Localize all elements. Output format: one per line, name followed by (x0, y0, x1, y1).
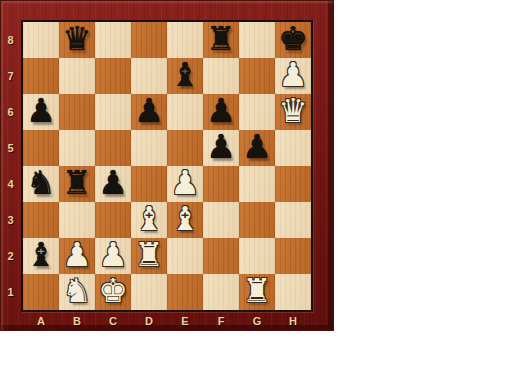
square-b8[interactable]: ♛ (59, 22, 95, 58)
square-g6[interactable] (239, 94, 275, 130)
square-d7[interactable] (131, 58, 167, 94)
square-e7[interactable]: ♝ (167, 58, 203, 94)
square-e4[interactable]: ♟ (167, 166, 203, 202)
square-e5[interactable] (167, 130, 203, 166)
rank-label-6: 6 (3, 94, 18, 130)
square-a2[interactable]: ♝ (23, 238, 59, 274)
square-f5[interactable]: ♟ (203, 130, 239, 166)
white-rook[interactable]: ♜ (242, 273, 272, 309)
square-h8[interactable]: ♚ (275, 22, 311, 58)
square-b4[interactable]: ♜ (59, 166, 95, 202)
square-a8[interactable] (23, 22, 59, 58)
black-bishop[interactable]: ♝ (26, 237, 56, 273)
black-knight[interactable]: ♞ (26, 165, 56, 201)
square-d2[interactable]: ♜ (131, 238, 167, 274)
white-pawn[interactable]: ♟ (98, 237, 128, 273)
rank-label-8: 8 (3, 22, 18, 58)
square-e8[interactable] (167, 22, 203, 58)
file-labels: ABCDEFGH (23, 312, 311, 330)
black-pawn[interactable]: ♟ (134, 93, 164, 129)
rank-label-4: 4 (3, 166, 18, 202)
rank-label-2: 2 (3, 238, 18, 274)
rank-label-1: 1 (3, 274, 18, 310)
square-e6[interactable] (167, 94, 203, 130)
square-f1[interactable] (203, 274, 239, 310)
black-king[interactable]: ♚ (278, 21, 308, 57)
square-d6[interactable]: ♟ (131, 94, 167, 130)
square-g1[interactable]: ♜ (239, 274, 275, 310)
white-pawn[interactable]: ♟ (62, 237, 92, 273)
square-d4[interactable] (131, 166, 167, 202)
file-label-e: E (167, 312, 203, 330)
square-a7[interactable] (23, 58, 59, 94)
square-g7[interactable] (239, 58, 275, 94)
black-queen[interactable]: ♛ (62, 21, 92, 57)
chess-board[interactable]: ♛♜♚♝♟♟♟♟♛♟♟♞♜♟♟♝♝♝♟♟♜♞♚♜ (21, 20, 313, 312)
rank-label-5: 5 (3, 130, 18, 166)
white-rook[interactable]: ♜ (134, 237, 164, 273)
square-b3[interactable] (59, 202, 95, 238)
white-bishop[interactable]: ♝ (134, 201, 164, 237)
square-d3[interactable]: ♝ (131, 202, 167, 238)
rank-label-7: 7 (3, 58, 18, 94)
black-rook[interactable]: ♜ (206, 21, 236, 57)
file-label-b: B (59, 312, 95, 330)
file-label-c: C (95, 312, 131, 330)
black-pawn[interactable]: ♟ (26, 93, 56, 129)
chess-board-frame: 87654321 ♛♜♚♝♟♟♟♟♛♟♟♞♜♟♟♝♝♝♟♟♜♞♚♜ ABCDEF… (0, 0, 334, 331)
file-label-a: A (23, 312, 59, 330)
square-a5[interactable] (23, 130, 59, 166)
square-f8[interactable]: ♜ (203, 22, 239, 58)
black-pawn[interactable]: ♟ (98, 165, 128, 201)
white-bishop[interactable]: ♝ (170, 201, 200, 237)
rank-label-3: 3 (3, 202, 18, 238)
square-e2[interactable] (167, 238, 203, 274)
white-pawn[interactable]: ♟ (278, 57, 308, 93)
square-c3[interactable] (95, 202, 131, 238)
square-g3[interactable] (239, 202, 275, 238)
square-c6[interactable] (95, 94, 131, 130)
square-h1[interactable] (275, 274, 311, 310)
black-rook[interactable]: ♜ (62, 165, 92, 201)
black-pawn[interactable]: ♟ (206, 93, 236, 129)
square-h7[interactable]: ♟ (275, 58, 311, 94)
square-b5[interactable] (59, 130, 95, 166)
square-c8[interactable] (95, 22, 131, 58)
rank-labels: 87654321 (3, 22, 18, 310)
white-king[interactable]: ♚ (98, 273, 128, 309)
square-g8[interactable] (239, 22, 275, 58)
square-a4[interactable]: ♞ (23, 166, 59, 202)
square-f2[interactable] (203, 238, 239, 274)
square-h5[interactable] (275, 130, 311, 166)
square-d8[interactable] (131, 22, 167, 58)
square-c7[interactable] (95, 58, 131, 94)
file-label-f: F (203, 312, 239, 330)
square-f7[interactable] (203, 58, 239, 94)
black-pawn[interactable]: ♟ (206, 129, 236, 165)
square-h3[interactable] (275, 202, 311, 238)
square-f3[interactable] (203, 202, 239, 238)
square-h2[interactable] (275, 238, 311, 274)
square-a6[interactable]: ♟ (23, 94, 59, 130)
square-g2[interactable] (239, 238, 275, 274)
white-knight[interactable]: ♞ (62, 273, 92, 309)
square-h6[interactable]: ♛ (275, 94, 311, 130)
black-bishop[interactable]: ♝ (170, 57, 200, 93)
square-h4[interactable] (275, 166, 311, 202)
black-pawn[interactable]: ♟ (242, 129, 272, 165)
square-e1[interactable] (167, 274, 203, 310)
square-b1[interactable]: ♞ (59, 274, 95, 310)
square-f4[interactable] (203, 166, 239, 202)
square-g5[interactable]: ♟ (239, 130, 275, 166)
square-b6[interactable] (59, 94, 95, 130)
white-queen[interactable]: ♛ (278, 93, 308, 129)
square-c5[interactable] (95, 130, 131, 166)
file-label-d: D (131, 312, 167, 330)
square-c1[interactable]: ♚ (95, 274, 131, 310)
square-b7[interactable] (59, 58, 95, 94)
square-g4[interactable] (239, 166, 275, 202)
square-d5[interactable] (131, 130, 167, 166)
square-c2[interactable]: ♟ (95, 238, 131, 274)
square-a1[interactable] (23, 274, 59, 310)
white-pawn[interactable]: ♟ (170, 165, 200, 201)
square-e3[interactable]: ♝ (167, 202, 203, 238)
file-label-h: H (275, 312, 311, 330)
square-f6[interactable]: ♟ (203, 94, 239, 130)
file-label-g: G (239, 312, 275, 330)
square-c4[interactable]: ♟ (95, 166, 131, 202)
square-b2[interactable]: ♟ (59, 238, 95, 274)
screenshot-canvas: 87654321 ♛♜♚♝♟♟♟♟♛♟♟♞♜♟♟♝♝♝♟♟♜♞♚♜ ABCDEF… (0, 0, 512, 384)
square-a3[interactable] (23, 202, 59, 238)
square-d1[interactable] (131, 274, 167, 310)
